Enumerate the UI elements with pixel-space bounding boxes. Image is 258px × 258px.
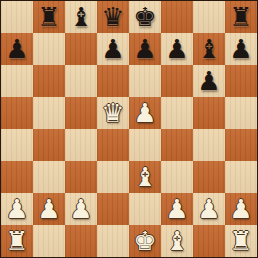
square-b8[interactable]: ♜: [33, 1, 65, 33]
square-h5[interactable]: [225, 97, 257, 129]
square-c6[interactable]: [65, 65, 97, 97]
black-bishop[interactable]: ♝: [65, 1, 97, 33]
square-c8[interactable]: ♝: [65, 1, 97, 33]
black-rook[interactable]: ♜: [225, 1, 257, 33]
black-king[interactable]: ♚: [129, 1, 161, 33]
square-b3[interactable]: [33, 161, 65, 193]
square-a4[interactable]: [1, 129, 33, 161]
black-rook[interactable]: ♜: [33, 1, 65, 33]
square-h7[interactable]: ♟: [225, 33, 257, 65]
black-pawn[interactable]: ♟: [129, 33, 161, 65]
black-pawn[interactable]: ♟: [1, 33, 33, 65]
square-g4[interactable]: [193, 129, 225, 161]
square-b7[interactable]: [33, 33, 65, 65]
square-f1[interactable]: ♝: [161, 225, 193, 257]
square-d5[interactable]: ♛: [97, 97, 129, 129]
square-c1[interactable]: [65, 225, 97, 257]
square-b1[interactable]: [33, 225, 65, 257]
square-d4[interactable]: [97, 129, 129, 161]
white-pawn[interactable]: ♟: [65, 193, 97, 225]
square-d6[interactable]: [97, 65, 129, 97]
white-bishop[interactable]: ♝: [161, 225, 193, 257]
square-d7[interactable]: ♟: [97, 33, 129, 65]
square-e5[interactable]: ♟: [129, 97, 161, 129]
square-c4[interactable]: [65, 129, 97, 161]
square-g5[interactable]: [193, 97, 225, 129]
black-pawn[interactable]: ♟: [97, 33, 129, 65]
square-f7[interactable]: ♟: [161, 33, 193, 65]
square-e6[interactable]: [129, 65, 161, 97]
square-d8[interactable]: ♛: [97, 1, 129, 33]
white-pawn[interactable]: ♟: [33, 193, 65, 225]
square-c5[interactable]: [65, 97, 97, 129]
square-e3[interactable]: ♝: [129, 161, 161, 193]
white-pawn[interactable]: ♟: [225, 193, 257, 225]
square-h2[interactable]: ♟: [225, 193, 257, 225]
square-h8[interactable]: ♜: [225, 1, 257, 33]
white-pawn[interactable]: ♟: [1, 193, 33, 225]
square-a3[interactable]: [1, 161, 33, 193]
square-f6[interactable]: [161, 65, 193, 97]
square-d1[interactable]: [97, 225, 129, 257]
square-h3[interactable]: [225, 161, 257, 193]
square-a5[interactable]: [1, 97, 33, 129]
white-king[interactable]: ♚: [129, 225, 161, 257]
white-pawn[interactable]: ♟: [129, 97, 161, 129]
square-g1[interactable]: [193, 225, 225, 257]
black-queen[interactable]: ♛: [97, 1, 129, 33]
square-a1[interactable]: ♜: [1, 225, 33, 257]
square-c2[interactable]: ♟: [65, 193, 97, 225]
white-queen[interactable]: ♛: [97, 97, 129, 129]
black-pawn[interactable]: ♟: [161, 33, 193, 65]
square-f4[interactable]: [161, 129, 193, 161]
white-pawn[interactable]: ♟: [161, 193, 193, 225]
square-g7[interactable]: ♝: [193, 33, 225, 65]
square-h6[interactable]: [225, 65, 257, 97]
square-d3[interactable]: [97, 161, 129, 193]
square-g3[interactable]: [193, 161, 225, 193]
square-f5[interactable]: [161, 97, 193, 129]
square-h1[interactable]: ♜: [225, 225, 257, 257]
square-a2[interactable]: ♟: [1, 193, 33, 225]
square-g6[interactable]: ♟: [193, 65, 225, 97]
square-c3[interactable]: [65, 161, 97, 193]
square-b5[interactable]: [33, 97, 65, 129]
square-c7[interactable]: [65, 33, 97, 65]
square-e1[interactable]: ♚: [129, 225, 161, 257]
square-b6[interactable]: [33, 65, 65, 97]
square-e7[interactable]: ♟: [129, 33, 161, 65]
square-g2[interactable]: ♟: [193, 193, 225, 225]
square-a7[interactable]: ♟: [1, 33, 33, 65]
square-b4[interactable]: [33, 129, 65, 161]
black-pawn[interactable]: ♟: [193, 65, 225, 97]
square-e2[interactable]: [129, 193, 161, 225]
square-a6[interactable]: [1, 65, 33, 97]
black-bishop[interactable]: ♝: [193, 33, 225, 65]
black-pawn[interactable]: ♟: [225, 33, 257, 65]
square-h4[interactable]: [225, 129, 257, 161]
square-e4[interactable]: [129, 129, 161, 161]
square-a8[interactable]: [1, 1, 33, 33]
square-d2[interactable]: [97, 193, 129, 225]
chess-board: ♜♝♛♚♜♟♟♟♟♝♟♟♛♟♝♟♟♟♟♟♟♜♚♝♜: [0, 0, 258, 258]
white-rook[interactable]: ♜: [1, 225, 33, 257]
white-bishop[interactable]: ♝: [129, 161, 161, 193]
square-f8[interactable]: [161, 1, 193, 33]
white-pawn[interactable]: ♟: [193, 193, 225, 225]
white-rook[interactable]: ♜: [225, 225, 257, 257]
square-f3[interactable]: [161, 161, 193, 193]
square-e8[interactable]: ♚: [129, 1, 161, 33]
square-f2[interactable]: ♟: [161, 193, 193, 225]
square-g8[interactable]: [193, 1, 225, 33]
square-b2[interactable]: ♟: [33, 193, 65, 225]
